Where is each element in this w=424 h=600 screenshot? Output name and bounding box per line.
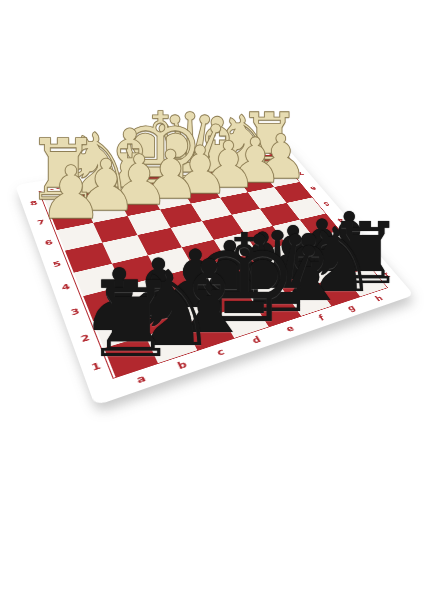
photo-canvas: abcdefgh abcdefgh 12345678 12345678 ♜♞♝♚…	[0, 0, 424, 600]
piece-black-rook[interactable]: ♜	[84, 268, 178, 373]
piece-white-pawn[interactable]: ♟	[38, 156, 103, 229]
